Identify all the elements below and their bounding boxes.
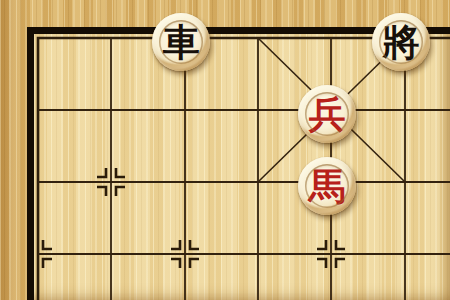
piece-glyph: 車 — [152, 13, 210, 71]
piece-black-general[interactable]: 將 — [372, 13, 430, 71]
pieces-layer: 車將兵馬 — [0, 0, 450, 300]
piece-red-soldier[interactable]: 兵 — [298, 85, 356, 143]
piece-black-chariot[interactable]: 車 — [152, 13, 210, 71]
piece-glyph: 兵 — [298, 85, 356, 143]
xiangqi-board[interactable]: 車將兵馬 — [0, 0, 450, 300]
piece-glyph: 將 — [372, 13, 430, 71]
piece-red-horse[interactable]: 馬 — [298, 157, 356, 215]
piece-glyph: 馬 — [298, 157, 356, 215]
